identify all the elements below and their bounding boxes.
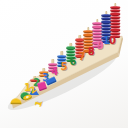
board-top-surface bbox=[12, 36, 122, 104]
board-front-edge bbox=[12, 52, 119, 109]
wooden-board bbox=[0, 0, 128, 128]
product-photo: 12345678910 21 bbox=[0, 0, 128, 128]
